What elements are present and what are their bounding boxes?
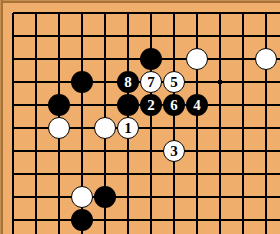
stone-black	[71, 209, 93, 231]
star-point-marker	[218, 80, 222, 84]
stone-white	[71, 186, 93, 208]
stone-black	[48, 94, 70, 116]
stone-white	[255, 48, 277, 70]
go-diagram: 87526413	[0, 0, 280, 234]
stone-white-move-5: 5	[163, 71, 185, 93]
stone-black	[94, 186, 116, 208]
stone-white	[186, 48, 208, 70]
stone-black-move-2: 2	[140, 94, 162, 116]
stone-white-move-3: 3	[163, 140, 185, 162]
stone-white	[48, 117, 70, 139]
stone-black	[71, 71, 93, 93]
stone-black	[140, 48, 162, 70]
stone-black	[117, 94, 139, 116]
stone-white	[94, 117, 116, 139]
stone-white-move-7: 7	[140, 71, 162, 93]
stone-white-move-1: 1	[117, 117, 139, 139]
stone-black-move-4: 4	[186, 94, 208, 116]
go-board: 87526413	[0, 0, 280, 234]
stone-black-move-6: 6	[163, 94, 185, 116]
intersection-grid: 87526413	[2, 2, 278, 232]
stone-black-move-8: 8	[117, 71, 139, 93]
